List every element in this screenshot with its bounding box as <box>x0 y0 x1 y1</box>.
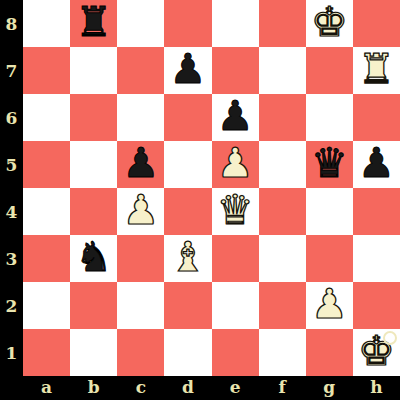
chess-puzzle-screen: 87654321 ♜♚♟♜♟♟♟♛♟♟♛♞♝♟♚ abcdefgh <box>0 0 400 400</box>
square-b5[interactable] <box>70 141 117 188</box>
white-queen[interactable]: ♛ <box>217 190 254 231</box>
square-e5[interactable]: ♟ <box>212 141 259 188</box>
square-d6[interactable] <box>164 94 211 141</box>
square-f1[interactable] <box>259 329 306 376</box>
square-c8[interactable] <box>117 0 164 47</box>
square-h6[interactable] <box>353 94 400 141</box>
square-c4[interactable]: ♟ <box>117 188 164 235</box>
rank-label-5: 5 <box>0 141 23 188</box>
square-d4[interactable] <box>164 188 211 235</box>
white-king[interactable]: ♚ <box>311 2 348 43</box>
square-b2[interactable] <box>70 282 117 329</box>
square-f2[interactable] <box>259 282 306 329</box>
square-a7[interactable] <box>23 47 70 94</box>
file-label-d: d <box>164 376 211 400</box>
square-e4[interactable]: ♛ <box>212 188 259 235</box>
square-h4[interactable] <box>353 188 400 235</box>
square-e8[interactable] <box>212 0 259 47</box>
white-pawn[interactable]: ♟ <box>122 190 159 231</box>
file-label-h: h <box>353 376 400 400</box>
rank-label-4: 4 <box>0 188 23 235</box>
square-a1[interactable] <box>23 329 70 376</box>
square-b6[interactable] <box>70 94 117 141</box>
white-rook[interactable]: ♜ <box>358 49 395 90</box>
square-f3[interactable] <box>259 235 306 282</box>
square-e1[interactable] <box>212 329 259 376</box>
square-d3[interactable]: ♝ <box>164 235 211 282</box>
square-d2[interactable] <box>164 282 211 329</box>
square-e7[interactable] <box>212 47 259 94</box>
square-h3[interactable] <box>353 235 400 282</box>
file-label-g: g <box>306 376 353 400</box>
square-c1[interactable] <box>117 329 164 376</box>
rank-label-3: 3 <box>0 235 23 282</box>
chess-board[interactable]: ♜♚♟♜♟♟♟♛♟♟♛♞♝♟♚ <box>23 0 400 376</box>
rank-label-1: 1 <box>0 329 23 376</box>
square-f6[interactable] <box>259 94 306 141</box>
square-h8[interactable] <box>353 0 400 47</box>
square-e3[interactable] <box>212 235 259 282</box>
square-f7[interactable] <box>259 47 306 94</box>
black-pawn[interactable]: ♟ <box>170 49 207 90</box>
square-d7[interactable]: ♟ <box>164 47 211 94</box>
rank-label-8: 8 <box>0 0 23 47</box>
square-g8[interactable]: ♚ <box>306 0 353 47</box>
square-a3[interactable] <box>23 235 70 282</box>
rank-label-6: 6 <box>0 94 23 141</box>
black-queen[interactable]: ♛ <box>311 143 348 184</box>
square-c7[interactable] <box>117 47 164 94</box>
square-a4[interactable] <box>23 188 70 235</box>
square-c2[interactable] <box>117 282 164 329</box>
square-g7[interactable] <box>306 47 353 94</box>
square-e6[interactable]: ♟ <box>212 94 259 141</box>
square-d1[interactable] <box>164 329 211 376</box>
square-g1[interactable] <box>306 329 353 376</box>
square-b7[interactable] <box>70 47 117 94</box>
square-d5[interactable] <box>164 141 211 188</box>
square-a2[interactable] <box>23 282 70 329</box>
black-pawn[interactable]: ♟ <box>217 96 254 137</box>
black-rook[interactable]: ♜ <box>75 2 112 43</box>
square-f8[interactable] <box>259 0 306 47</box>
square-d8[interactable] <box>164 0 211 47</box>
square-f5[interactable] <box>259 141 306 188</box>
file-label-b: b <box>70 376 117 400</box>
file-labels: abcdefgh <box>23 376 400 400</box>
file-label-e: e <box>212 376 259 400</box>
square-g5[interactable]: ♛ <box>306 141 353 188</box>
white-pawn[interactable]: ♟ <box>217 143 254 184</box>
square-g4[interactable] <box>306 188 353 235</box>
square-g3[interactable] <box>306 235 353 282</box>
square-b8[interactable]: ♜ <box>70 0 117 47</box>
square-b4[interactable] <box>70 188 117 235</box>
square-b1[interactable] <box>70 329 117 376</box>
black-pawn[interactable]: ♟ <box>358 143 395 184</box>
file-label-f: f <box>259 376 306 400</box>
square-h5[interactable]: ♟ <box>353 141 400 188</box>
square-h1[interactable]: ♚ <box>353 329 400 376</box>
black-knight[interactable]: ♞ <box>75 237 112 278</box>
square-b3[interactable]: ♞ <box>70 235 117 282</box>
white-bishop[interactable]: ♝ <box>170 237 207 278</box>
white-pawn[interactable]: ♟ <box>311 284 348 325</box>
square-a6[interactable] <box>23 94 70 141</box>
square-g6[interactable] <box>306 94 353 141</box>
square-h2[interactable] <box>353 282 400 329</box>
square-c6[interactable] <box>117 94 164 141</box>
rank-label-2: 2 <box>0 282 23 329</box>
side-to-move-marker <box>383 331 397 345</box>
square-c3[interactable] <box>117 235 164 282</box>
square-g2[interactable]: ♟ <box>306 282 353 329</box>
black-pawn[interactable]: ♟ <box>122 143 159 184</box>
square-c5[interactable]: ♟ <box>117 141 164 188</box>
square-e2[interactable] <box>212 282 259 329</box>
square-h7[interactable]: ♜ <box>353 47 400 94</box>
square-a8[interactable] <box>23 0 70 47</box>
square-a5[interactable] <box>23 141 70 188</box>
file-label-c: c <box>117 376 164 400</box>
file-label-a: a <box>23 376 70 400</box>
rank-labels: 87654321 <box>0 0 23 376</box>
rank-label-7: 7 <box>0 47 23 94</box>
square-f4[interactable] <box>259 188 306 235</box>
